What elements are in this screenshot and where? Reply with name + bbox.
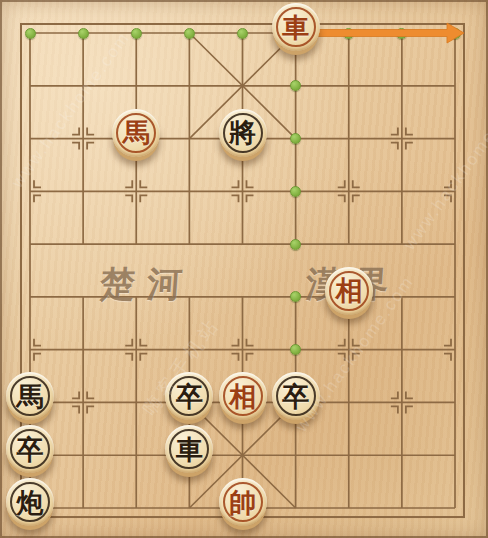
- piece-black-soldier[interactable]: 卒: [6, 425, 54, 473]
- piece-character: 相: [229, 383, 256, 410]
- piece-character: 馬: [123, 119, 150, 146]
- piece-red-horse[interactable]: 馬: [112, 109, 160, 157]
- piece-black-soldier[interactable]: 卒: [272, 372, 320, 420]
- piece-red-elephant[interactable]: 相: [219, 372, 267, 420]
- piece-black-general[interactable]: 將: [219, 109, 267, 157]
- piece-character: 車: [176, 436, 203, 463]
- piece-red-chariot[interactable]: 車: [272, 3, 320, 51]
- piece-character: 卒: [282, 383, 309, 410]
- piece-red-general[interactable]: 帥: [219, 478, 267, 526]
- piece-character: 車: [282, 14, 309, 41]
- piece-character: 炮: [17, 489, 44, 516]
- xiangqi-board[interactable]: 楚河 漢界 車馬將相馬卒相卒卒車炮帥 www.hackhome.com 嗨客手机…: [0, 0, 488, 538]
- piece-character: 將: [229, 119, 256, 146]
- piece-character: 卒: [17, 436, 44, 463]
- piece-character: 馬: [17, 383, 44, 410]
- piece-character: 帥: [229, 489, 256, 516]
- move-arrow: [0, 0, 488, 538]
- piece-character: 相: [335, 277, 362, 304]
- piece-red-elephant[interactable]: 相: [325, 267, 373, 315]
- piece-character: 卒: [176, 383, 203, 410]
- piece-black-cannon[interactable]: 炮: [6, 478, 54, 526]
